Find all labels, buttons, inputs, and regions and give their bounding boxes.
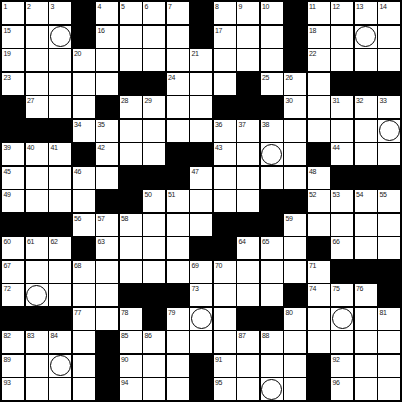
clue-number-38: 38 bbox=[262, 120, 269, 129]
cell-r1c16[interactable] bbox=[378, 26, 400, 48]
cell-r9c15[interactable] bbox=[355, 214, 377, 236]
cell-r8c16[interactable]: 55 bbox=[378, 190, 400, 212]
black-cell-r4c10 bbox=[237, 96, 259, 118]
cell-r6c6[interactable] bbox=[143, 143, 165, 165]
clue-number-27: 27 bbox=[27, 96, 34, 105]
cell-r9c4[interactable]: 57 bbox=[96, 214, 118, 236]
cell-r2c9[interactable] bbox=[214, 49, 236, 71]
cell-r14c9[interactable] bbox=[214, 331, 236, 353]
cell-r4c1[interactable]: 27 bbox=[26, 96, 48, 118]
black-cell-r1c3 bbox=[73, 26, 95, 48]
cell-r13c5[interactable]: 78 bbox=[120, 308, 142, 330]
cell-r1c15[interactable] bbox=[355, 26, 377, 48]
clue-number-68: 68 bbox=[74, 261, 81, 270]
clue-number-58: 58 bbox=[121, 214, 128, 223]
black-cell-r9c9 bbox=[214, 214, 236, 236]
cell-r11c11[interactable] bbox=[261, 261, 283, 283]
cell-r0c7[interactable]: 7 bbox=[167, 2, 189, 24]
cell-r7c12[interactable] bbox=[284, 167, 306, 189]
cell-r14c0[interactable]: 82 bbox=[2, 331, 24, 353]
cell-r14c13[interactable] bbox=[308, 331, 330, 353]
cell-r13c3[interactable]: 77 bbox=[73, 308, 95, 330]
cell-r16c6[interactable] bbox=[143, 378, 165, 400]
cell-r12c4[interactable] bbox=[96, 284, 118, 306]
clue-number-93: 93 bbox=[4, 378, 11, 387]
cell-r14c16[interactable] bbox=[378, 331, 400, 353]
cell-r12c8[interactable]: 73 bbox=[190, 284, 212, 306]
cell-r10c10[interactable]: 64 bbox=[237, 237, 259, 259]
cell-r4c2[interactable] bbox=[49, 96, 71, 118]
cell-r9c7[interactable] bbox=[167, 214, 189, 236]
cell-r2c8[interactable]: 21 bbox=[190, 49, 212, 71]
cell-r14c6[interactable]: 86 bbox=[143, 331, 165, 353]
cell-r4c6[interactable]: 29 bbox=[143, 96, 165, 118]
cell-r7c3[interactable]: 46 bbox=[73, 167, 95, 189]
black-cell-r7c14 bbox=[331, 167, 353, 189]
clue-number-86: 86 bbox=[145, 331, 152, 340]
cell-r15c14[interactable]: 92 bbox=[331, 355, 353, 377]
cell-r6c14[interactable]: 44 bbox=[331, 143, 353, 165]
cell-r15c16[interactable] bbox=[378, 355, 400, 377]
cell-r1c14[interactable] bbox=[331, 26, 353, 48]
black-cell-r4c0 bbox=[2, 96, 24, 118]
cell-r2c16[interactable] bbox=[378, 49, 400, 71]
cell-r7c10[interactable] bbox=[237, 167, 259, 189]
black-cell-r11c16 bbox=[378, 261, 400, 283]
cell-r4c13[interactable] bbox=[308, 96, 330, 118]
clue-number-12: 12 bbox=[333, 2, 340, 11]
clue-number-19: 19 bbox=[4, 49, 11, 58]
clue-number-69: 69 bbox=[192, 261, 199, 270]
cell-r14c7[interactable] bbox=[167, 331, 189, 353]
cell-r0c9[interactable]: 8 bbox=[214, 2, 236, 24]
cell-r12c0[interactable]: 72 bbox=[2, 284, 24, 306]
cell-r11c13[interactable]: 71 bbox=[308, 261, 330, 283]
cell-r0c5[interactable]: 5 bbox=[120, 2, 142, 24]
cell-r11c5[interactable] bbox=[120, 261, 142, 283]
cell-r6c12[interactable] bbox=[284, 143, 306, 165]
cell-r16c2[interactable] bbox=[49, 378, 71, 400]
cell-r1c2[interactable] bbox=[49, 26, 71, 48]
cell-r15c11[interactable] bbox=[261, 355, 283, 377]
cell-r3c2[interactable] bbox=[49, 73, 71, 95]
circle-marker bbox=[355, 26, 376, 47]
cell-r2c15[interactable] bbox=[355, 49, 377, 71]
cell-r8c6[interactable]: 50 bbox=[143, 190, 165, 212]
cell-r15c15[interactable] bbox=[355, 355, 377, 377]
cell-r0c1[interactable]: 2 bbox=[26, 2, 48, 24]
cell-r2c0[interactable]: 19 bbox=[2, 49, 24, 71]
cell-r0c13[interactable]: 11 bbox=[308, 2, 330, 24]
clue-number-41: 41 bbox=[51, 143, 58, 152]
cell-r13c13[interactable] bbox=[308, 308, 330, 330]
cell-r10c11[interactable]: 65 bbox=[261, 237, 283, 259]
cell-r14c8[interactable] bbox=[190, 331, 212, 353]
cell-r9c6[interactable] bbox=[143, 214, 165, 236]
cell-r1c11[interactable] bbox=[261, 26, 283, 48]
cell-r1c1[interactable] bbox=[26, 26, 48, 48]
cell-r13c16[interactable]: 81 bbox=[378, 308, 400, 330]
cell-r2c11[interactable] bbox=[261, 49, 283, 71]
black-cell-r13c1 bbox=[26, 308, 48, 330]
cell-r9c16[interactable] bbox=[378, 214, 400, 236]
clue-number-50: 50 bbox=[145, 190, 152, 199]
clue-number-90: 90 bbox=[121, 355, 128, 364]
cell-r14c11[interactable]: 88 bbox=[261, 331, 283, 353]
cell-r2c2[interactable] bbox=[49, 49, 71, 71]
cell-r15c12[interactable] bbox=[284, 355, 306, 377]
clue-number-89: 89 bbox=[4, 355, 11, 364]
cell-r0c6[interactable]: 6 bbox=[143, 2, 165, 24]
cell-r2c7[interactable] bbox=[167, 49, 189, 71]
cell-r13c8[interactable] bbox=[190, 308, 212, 330]
cell-r1c0[interactable]: 15 bbox=[2, 26, 24, 48]
cell-r3c8[interactable] bbox=[190, 73, 212, 95]
cell-r5c16[interactable] bbox=[378, 120, 400, 142]
cell-r12c3[interactable] bbox=[73, 284, 95, 306]
black-cell-r12c16 bbox=[378, 284, 400, 306]
black-cell-r3c10 bbox=[237, 73, 259, 95]
cell-r7c8[interactable]: 47 bbox=[190, 167, 212, 189]
clue-number-31: 31 bbox=[333, 96, 340, 105]
cell-r4c12[interactable]: 30 bbox=[284, 96, 306, 118]
cell-r4c16[interactable]: 33 bbox=[378, 96, 400, 118]
clue-number-42: 42 bbox=[98, 143, 105, 152]
cell-r2c1[interactable] bbox=[26, 49, 48, 71]
cell-r1c7[interactable] bbox=[167, 26, 189, 48]
cell-r2c6[interactable] bbox=[143, 49, 165, 71]
cell-r3c3[interactable] bbox=[73, 73, 95, 95]
cell-r3c1[interactable] bbox=[26, 73, 48, 95]
cell-r16c14[interactable]: 96 bbox=[331, 378, 353, 400]
clue-number-17: 17 bbox=[215, 26, 222, 35]
cell-r13c4[interactable] bbox=[96, 308, 118, 330]
cell-r4c14[interactable]: 31 bbox=[331, 96, 353, 118]
cell-r10c4[interactable]: 63 bbox=[96, 237, 118, 259]
cell-r16c5[interactable]: 94 bbox=[120, 378, 142, 400]
clue-number-14: 14 bbox=[380, 2, 387, 11]
cell-r2c13[interactable]: 22 bbox=[308, 49, 330, 71]
cell-r2c14[interactable] bbox=[331, 49, 353, 71]
clue-number-91: 91 bbox=[215, 355, 222, 364]
cell-r14c2[interactable]: 84 bbox=[49, 331, 71, 353]
clue-number-53: 53 bbox=[333, 190, 340, 199]
cell-r11c12[interactable] bbox=[284, 261, 306, 283]
clue-number-59: 59 bbox=[286, 214, 293, 223]
cell-r10c6[interactable] bbox=[143, 237, 165, 259]
cell-r15c2[interactable] bbox=[49, 355, 71, 377]
cell-r8c13[interactable]: 52 bbox=[308, 190, 330, 212]
cell-r7c2[interactable] bbox=[49, 167, 71, 189]
clue-number-9: 9 bbox=[239, 2, 243, 11]
cell-r5c12[interactable] bbox=[284, 120, 306, 142]
black-cell-r4c11 bbox=[261, 96, 283, 118]
cell-r1c13[interactable]: 18 bbox=[308, 26, 330, 48]
cell-r12c11[interactable] bbox=[261, 284, 283, 306]
cell-r6c9[interactable]: 43 bbox=[214, 143, 236, 165]
clue-number-92: 92 bbox=[333, 355, 340, 364]
cell-r6c1[interactable]: 40 bbox=[26, 143, 48, 165]
cell-r11c3[interactable]: 68 bbox=[73, 261, 95, 283]
cell-r15c7[interactable] bbox=[167, 355, 189, 377]
cell-r12c15[interactable]: 76 bbox=[355, 284, 377, 306]
cell-r5c7[interactable] bbox=[167, 120, 189, 142]
cell-r1c9[interactable]: 17 bbox=[214, 26, 236, 48]
cell-r14c14[interactable] bbox=[331, 331, 353, 353]
cell-r11c2[interactable] bbox=[49, 261, 71, 283]
cell-r6c10[interactable] bbox=[237, 143, 259, 165]
black-cell-r15c8 bbox=[190, 355, 212, 377]
clue-number-56: 56 bbox=[74, 214, 81, 223]
cell-r13c12[interactable]: 80 bbox=[284, 308, 306, 330]
cell-r8c15[interactable]: 54 bbox=[355, 190, 377, 212]
clue-number-45: 45 bbox=[4, 167, 11, 176]
cell-r8c9[interactable] bbox=[214, 190, 236, 212]
clue-number-48: 48 bbox=[309, 167, 316, 176]
clue-number-71: 71 bbox=[309, 261, 316, 270]
cell-r4c7[interactable] bbox=[167, 96, 189, 118]
cell-r15c5[interactable]: 90 bbox=[120, 355, 142, 377]
cell-r1c4[interactable]: 16 bbox=[96, 26, 118, 48]
cell-r14c3[interactable] bbox=[73, 331, 95, 353]
clue-number-4: 4 bbox=[98, 2, 102, 11]
clue-number-61: 61 bbox=[27, 237, 34, 246]
black-cell-r13c10 bbox=[237, 308, 259, 330]
cell-r6c4[interactable]: 42 bbox=[96, 143, 118, 165]
cell-r12c14[interactable]: 75 bbox=[331, 284, 353, 306]
clue-number-22: 22 bbox=[309, 49, 316, 58]
clue-number-8: 8 bbox=[215, 2, 219, 11]
cell-r7c11[interactable] bbox=[261, 167, 283, 189]
cell-r1c10[interactable] bbox=[237, 26, 259, 48]
cell-r10c16[interactable] bbox=[378, 237, 400, 259]
cell-r2c4[interactable] bbox=[96, 49, 118, 71]
cell-r8c10[interactable] bbox=[237, 190, 259, 212]
black-cell-r15c13 bbox=[308, 355, 330, 377]
cell-r10c15[interactable] bbox=[355, 237, 377, 259]
cell-r9c5[interactable]: 58 bbox=[120, 214, 142, 236]
cell-r12c13[interactable]: 74 bbox=[308, 284, 330, 306]
cell-r11c1[interactable] bbox=[26, 261, 48, 283]
cell-r10c5[interactable] bbox=[120, 237, 142, 259]
cell-r0c16[interactable]: 14 bbox=[378, 2, 400, 24]
cell-r11c4[interactable] bbox=[96, 261, 118, 283]
cell-r14c15[interactable] bbox=[355, 331, 377, 353]
cell-r8c14[interactable]: 53 bbox=[331, 190, 353, 212]
cell-r5c9[interactable]: 36 bbox=[214, 120, 236, 142]
clue-number-95: 95 bbox=[215, 378, 222, 387]
cell-r7c1[interactable] bbox=[26, 167, 48, 189]
cell-r15c0[interactable]: 89 bbox=[2, 355, 24, 377]
cell-r2c3[interactable]: 20 bbox=[73, 49, 95, 71]
cell-r5c4[interactable]: 35 bbox=[96, 120, 118, 142]
black-cell-r5c1 bbox=[26, 120, 48, 142]
cell-r11c10[interactable] bbox=[237, 261, 259, 283]
cell-r15c1[interactable] bbox=[26, 355, 48, 377]
black-cell-r13c11 bbox=[261, 308, 283, 330]
cell-r3c13[interactable] bbox=[308, 73, 330, 95]
clue-number-81: 81 bbox=[380, 308, 387, 317]
black-cell-r6c3 bbox=[73, 143, 95, 165]
clue-number-77: 77 bbox=[74, 308, 81, 317]
cell-r11c8[interactable]: 69 bbox=[190, 261, 212, 283]
cell-r5c13[interactable] bbox=[308, 120, 330, 142]
cell-r16c1[interactable] bbox=[26, 378, 48, 400]
black-cell-r3c15 bbox=[355, 73, 377, 95]
cell-r6c5[interactable] bbox=[120, 143, 142, 165]
cell-r3c0[interactable]: 23 bbox=[2, 73, 24, 95]
cell-r3c4[interactable] bbox=[96, 73, 118, 95]
cell-r9c13[interactable] bbox=[308, 214, 330, 236]
black-cell-r8c11 bbox=[261, 190, 283, 212]
cell-r8c1[interactable] bbox=[26, 190, 48, 212]
cell-r8c8[interactable] bbox=[190, 190, 212, 212]
cell-r8c7[interactable]: 51 bbox=[167, 190, 189, 212]
cell-r11c6[interactable] bbox=[143, 261, 165, 283]
cell-r3c9[interactable] bbox=[214, 73, 236, 95]
cell-r9c14[interactable] bbox=[331, 214, 353, 236]
cell-r5c10[interactable]: 37 bbox=[237, 120, 259, 142]
cell-r7c0[interactable]: 45 bbox=[2, 167, 24, 189]
cell-r0c15[interactable]: 13 bbox=[355, 2, 377, 24]
cell-r10c1[interactable]: 61 bbox=[26, 237, 48, 259]
cell-r8c3[interactable] bbox=[73, 190, 95, 212]
cell-r10c12[interactable] bbox=[284, 237, 306, 259]
cell-r4c15[interactable]: 32 bbox=[355, 96, 377, 118]
cell-r4c3[interactable] bbox=[73, 96, 95, 118]
clue-number-57: 57 bbox=[98, 214, 105, 223]
cell-r10c2[interactable]: 62 bbox=[49, 237, 71, 259]
cell-r7c13[interactable]: 48 bbox=[308, 167, 330, 189]
cell-r10c7[interactable] bbox=[167, 237, 189, 259]
cell-r1c6[interactable] bbox=[143, 26, 165, 48]
black-cell-r9c1 bbox=[26, 214, 48, 236]
cell-r16c15[interactable] bbox=[355, 378, 377, 400]
cell-r11c9[interactable]: 70 bbox=[214, 261, 236, 283]
cell-r4c8[interactable] bbox=[190, 96, 212, 118]
cell-r13c7[interactable]: 79 bbox=[167, 308, 189, 330]
clue-number-33: 33 bbox=[380, 96, 387, 105]
circle-marker bbox=[50, 26, 71, 47]
cell-r9c12[interactable]: 59 bbox=[284, 214, 306, 236]
cell-r5c14[interactable] bbox=[331, 120, 353, 142]
black-cell-r10c3 bbox=[73, 237, 95, 259]
cell-r16c9[interactable]: 95 bbox=[214, 378, 236, 400]
cell-r5c15[interactable] bbox=[355, 120, 377, 142]
cell-r16c10[interactable] bbox=[237, 378, 259, 400]
cell-r12c9[interactable] bbox=[214, 284, 236, 306]
cell-r16c3[interactable] bbox=[73, 378, 95, 400]
cell-r0c0[interactable]: 1 bbox=[2, 2, 24, 24]
cell-r14c12[interactable] bbox=[284, 331, 306, 353]
cell-r6c11[interactable] bbox=[261, 143, 283, 165]
cell-r9c3[interactable]: 56 bbox=[73, 214, 95, 236]
cell-r11c7[interactable] bbox=[167, 261, 189, 283]
cell-r7c9[interactable] bbox=[214, 167, 236, 189]
cell-r12c2[interactable] bbox=[49, 284, 71, 306]
cell-r14c10[interactable]: 87 bbox=[237, 331, 259, 353]
black-cell-r3c5 bbox=[120, 73, 142, 95]
black-cell-r7c7 bbox=[167, 167, 189, 189]
clue-number-70: 70 bbox=[215, 261, 222, 270]
clue-number-26: 26 bbox=[286, 73, 293, 82]
clue-number-51: 51 bbox=[168, 190, 175, 199]
cell-r14c1[interactable]: 83 bbox=[26, 331, 48, 353]
clue-number-52: 52 bbox=[309, 190, 316, 199]
cell-r6c15[interactable] bbox=[355, 143, 377, 165]
cell-r8c2[interactable] bbox=[49, 190, 71, 212]
black-cell-r11c15 bbox=[355, 261, 377, 283]
cell-r16c0[interactable]: 93 bbox=[2, 378, 24, 400]
cell-r16c16[interactable] bbox=[378, 378, 400, 400]
cell-r2c5[interactable] bbox=[120, 49, 142, 71]
cell-r3c12[interactable]: 26 bbox=[284, 73, 306, 95]
cell-r16c7[interactable] bbox=[167, 378, 189, 400]
cell-r13c14[interactable] bbox=[331, 308, 353, 330]
cell-r11c0[interactable]: 67 bbox=[2, 261, 24, 283]
cell-r0c10[interactable]: 9 bbox=[237, 2, 259, 24]
cell-r3c7[interactable]: 24 bbox=[167, 73, 189, 95]
cell-r6c0[interactable]: 39 bbox=[2, 143, 24, 165]
cell-r12c1[interactable] bbox=[26, 284, 48, 306]
clue-number-62: 62 bbox=[51, 237, 58, 246]
clue-number-43: 43 bbox=[215, 143, 222, 152]
cell-r15c6[interactable] bbox=[143, 355, 165, 377]
cell-r10c0[interactable]: 60 bbox=[2, 237, 24, 259]
cell-r0c11[interactable]: 10 bbox=[261, 2, 283, 24]
clue-number-29: 29 bbox=[145, 96, 152, 105]
cell-r6c16[interactable] bbox=[378, 143, 400, 165]
cell-r15c3[interactable] bbox=[73, 355, 95, 377]
cell-r15c10[interactable] bbox=[237, 355, 259, 377]
cell-r1c5[interactable] bbox=[120, 26, 142, 48]
clue-number-34: 34 bbox=[74, 120, 81, 129]
black-cell-r16c4 bbox=[96, 378, 118, 400]
cell-r14c5[interactable]: 85 bbox=[120, 331, 142, 353]
cell-r2c10[interactable] bbox=[237, 49, 259, 71]
cell-r5c3[interactable]: 34 bbox=[73, 120, 95, 142]
cell-r5c8[interactable] bbox=[190, 120, 212, 142]
cell-r8c0[interactable]: 49 bbox=[2, 190, 24, 212]
black-cell-r4c4 bbox=[96, 96, 118, 118]
cell-r16c12[interactable] bbox=[284, 378, 306, 400]
cell-r15c9[interactable]: 91 bbox=[214, 355, 236, 377]
cell-r12c10[interactable] bbox=[237, 284, 259, 306]
cell-r5c11[interactable]: 38 bbox=[261, 120, 283, 142]
cell-r3c11[interactable]: 25 bbox=[261, 73, 283, 95]
cell-r7c4[interactable] bbox=[96, 167, 118, 189]
cell-r0c2[interactable]: 3 bbox=[49, 2, 71, 24]
cell-r9c8[interactable] bbox=[190, 214, 212, 236]
cell-r10c14[interactable]: 66 bbox=[331, 237, 353, 259]
cell-r16c11[interactable] bbox=[261, 378, 283, 400]
cell-r13c15[interactable] bbox=[355, 308, 377, 330]
clue-number-66: 66 bbox=[333, 237, 340, 246]
circle-marker bbox=[26, 285, 47, 306]
circle-marker bbox=[332, 308, 353, 329]
circle-marker bbox=[379, 120, 400, 141]
circle-marker bbox=[261, 379, 282, 400]
cell-r5c6[interactable] bbox=[143, 120, 165, 142]
clue-number-44: 44 bbox=[333, 143, 340, 152]
cell-r0c4[interactable]: 4 bbox=[96, 2, 118, 24]
cell-r4c5[interactable]: 28 bbox=[120, 96, 142, 118]
cell-r6c2[interactable]: 41 bbox=[49, 143, 71, 165]
cell-r13c9[interactable] bbox=[214, 308, 236, 330]
cell-r5c5[interactable] bbox=[120, 120, 142, 142]
cell-r0c14[interactable]: 12 bbox=[331, 2, 353, 24]
clue-number-85: 85 bbox=[121, 331, 128, 340]
